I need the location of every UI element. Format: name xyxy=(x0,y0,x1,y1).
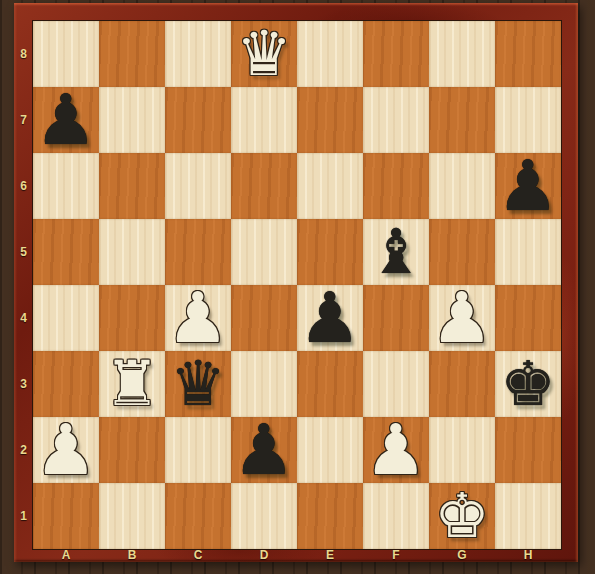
square-e7[interactable] xyxy=(297,87,363,153)
rank-label-1: 1 xyxy=(14,483,33,549)
square-c2[interactable] xyxy=(165,417,231,483)
file-label-a: A xyxy=(33,549,99,562)
piece-black-pawn[interactable]: ♟ xyxy=(35,85,98,155)
square-h5[interactable] xyxy=(495,219,561,285)
square-d3[interactable] xyxy=(231,351,297,417)
square-e1[interactable] xyxy=(297,483,363,549)
square-b7[interactable] xyxy=(99,87,165,153)
square-f2[interactable]: ♟ xyxy=(363,417,429,483)
square-d2[interactable]: ♟ xyxy=(231,417,297,483)
piece-white-queen[interactable]: ♛ xyxy=(236,23,292,85)
square-b2[interactable] xyxy=(99,417,165,483)
square-g5[interactable] xyxy=(429,219,495,285)
piece-black-queen[interactable]: ♛ xyxy=(170,353,226,415)
square-c6[interactable] xyxy=(165,153,231,219)
square-e8[interactable] xyxy=(297,21,363,87)
square-h8[interactable] xyxy=(495,21,561,87)
square-g4[interactable]: ♟ xyxy=(429,285,495,351)
square-d8[interactable]: ♛ xyxy=(231,21,297,87)
file-label-f: F xyxy=(363,549,429,562)
square-g3[interactable] xyxy=(429,351,495,417)
rank-label-8: 8 xyxy=(14,21,33,87)
square-c7[interactable] xyxy=(165,87,231,153)
square-a5[interactable] xyxy=(33,219,99,285)
square-g8[interactable] xyxy=(429,21,495,87)
square-d4[interactable] xyxy=(231,285,297,351)
chess-board-frame: 87654321 ABCDEFGH ♛♟♟♝♟♟♟♜♛♚♟♟♟♚ xyxy=(14,3,578,562)
square-g7[interactable] xyxy=(429,87,495,153)
square-e5[interactable] xyxy=(297,219,363,285)
square-c3[interactable]: ♛ xyxy=(165,351,231,417)
square-a8[interactable] xyxy=(33,21,99,87)
piece-white-pawn[interactable]: ♟ xyxy=(431,283,494,353)
square-f1[interactable] xyxy=(363,483,429,549)
square-e3[interactable] xyxy=(297,351,363,417)
square-b5[interactable] xyxy=(99,219,165,285)
rank-label-5: 5 xyxy=(14,219,33,285)
square-a2[interactable]: ♟ xyxy=(33,417,99,483)
file-label-h: H xyxy=(495,549,561,562)
square-f3[interactable] xyxy=(363,351,429,417)
square-h7[interactable] xyxy=(495,87,561,153)
square-e2[interactable] xyxy=(297,417,363,483)
file-label-d: D xyxy=(231,549,297,562)
square-c4[interactable]: ♟ xyxy=(165,285,231,351)
square-h3[interactable]: ♚ xyxy=(495,351,561,417)
square-g1[interactable]: ♚ xyxy=(429,483,495,549)
square-a3[interactable] xyxy=(33,351,99,417)
square-h1[interactable] xyxy=(495,483,561,549)
square-f5[interactable]: ♝ xyxy=(363,219,429,285)
square-a6[interactable] xyxy=(33,153,99,219)
piece-black-bishop[interactable]: ♝ xyxy=(368,221,424,283)
square-c5[interactable] xyxy=(165,219,231,285)
square-a1[interactable] xyxy=(33,483,99,549)
square-b3[interactable]: ♜ xyxy=(99,351,165,417)
square-b8[interactable] xyxy=(99,21,165,87)
square-h4[interactable] xyxy=(495,285,561,351)
file-label-c: C xyxy=(165,549,231,562)
rank-labels: 87654321 xyxy=(14,21,33,549)
file-label-e: E xyxy=(297,549,363,562)
square-f7[interactable] xyxy=(363,87,429,153)
square-d6[interactable] xyxy=(231,153,297,219)
square-d7[interactable] xyxy=(231,87,297,153)
rank-label-3: 3 xyxy=(14,351,33,417)
square-h6[interactable]: ♟ xyxy=(495,153,561,219)
square-b4[interactable] xyxy=(99,285,165,351)
rank-label-4: 4 xyxy=(14,285,33,351)
piece-white-pawn[interactable]: ♟ xyxy=(167,283,230,353)
square-b6[interactable] xyxy=(99,153,165,219)
square-h2[interactable] xyxy=(495,417,561,483)
square-b1[interactable] xyxy=(99,483,165,549)
piece-black-pawn[interactable]: ♟ xyxy=(299,283,362,353)
square-c1[interactable] xyxy=(165,483,231,549)
piece-white-pawn[interactable]: ♟ xyxy=(35,415,98,485)
chess-board: ♛♟♟♝♟♟♟♜♛♚♟♟♟♚ xyxy=(33,21,561,549)
square-e6[interactable] xyxy=(297,153,363,219)
square-f6[interactable] xyxy=(363,153,429,219)
piece-white-rook[interactable]: ♜ xyxy=(104,353,160,415)
square-f8[interactable] xyxy=(363,21,429,87)
square-e4[interactable]: ♟ xyxy=(297,285,363,351)
square-d5[interactable] xyxy=(231,219,297,285)
rank-label-2: 2 xyxy=(14,417,33,483)
square-f4[interactable] xyxy=(363,285,429,351)
square-g2[interactable] xyxy=(429,417,495,483)
rank-label-6: 6 xyxy=(14,153,33,219)
file-label-b: B xyxy=(99,549,165,562)
piece-white-king[interactable]: ♚ xyxy=(434,485,490,547)
rank-label-7: 7 xyxy=(14,87,33,153)
square-g6[interactable] xyxy=(429,153,495,219)
piece-black-pawn[interactable]: ♟ xyxy=(233,415,296,485)
square-c8[interactable] xyxy=(165,21,231,87)
piece-black-pawn[interactable]: ♟ xyxy=(497,151,560,221)
square-d1[interactable] xyxy=(231,483,297,549)
square-a7[interactable]: ♟ xyxy=(33,87,99,153)
piece-black-king[interactable]: ♚ xyxy=(500,353,556,415)
square-a4[interactable] xyxy=(33,285,99,351)
piece-white-pawn[interactable]: ♟ xyxy=(365,415,428,485)
table-background: 87654321 ABCDEFGH ♛♟♟♝♟♟♟♜♛♚♟♟♟♚ xyxy=(0,0,595,574)
